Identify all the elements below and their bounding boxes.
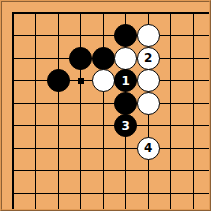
stone-black-F15: [114, 92, 137, 115]
stone-white-F17: [114, 47, 137, 70]
stones-grid: 2134: [2, 2, 205, 205]
hoshi-marker: [78, 78, 84, 84]
stone-white-G15: [137, 92, 160, 115]
go-board: 2134: [0, 0, 211, 211]
stone-white-G18: [137, 24, 160, 47]
stone-white-G16: [137, 69, 160, 92]
stone-white-E16: [92, 69, 115, 92]
stone-black-E17: [92, 47, 115, 70]
stone-black-F14: 3: [114, 114, 137, 137]
stone-white-G17: 2: [137, 47, 160, 70]
stone-white-G13: 4: [137, 137, 160, 160]
stone-black-F18: [114, 24, 137, 47]
stone-black-D17: [69, 47, 92, 70]
stone-black-C16: [47, 69, 70, 92]
stone-black-F16: 1: [114, 69, 137, 92]
